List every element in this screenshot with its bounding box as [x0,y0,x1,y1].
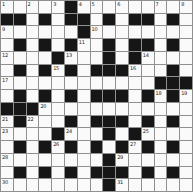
black-cell [52,128,64,140]
white-cell[interactable] [180,154,192,166]
black-cell [14,103,26,115]
black-cell [103,65,115,77]
white-cell[interactable]: 19 [180,90,192,102]
white-cell[interactable] [180,141,192,153]
white-cell[interactable] [155,65,167,77]
white-cell[interactable] [14,128,26,140]
white-cell[interactable] [91,52,103,64]
white-cell[interactable]: 7 [155,1,167,13]
white-cell[interactable] [65,103,77,115]
white-cell[interactable] [27,167,39,179]
black-cell [65,39,77,51]
black-cell [103,154,115,166]
white-cell[interactable]: 8 [180,1,192,13]
clue-number: 10 [92,26,98,32]
black-cell [103,52,115,64]
black-cell [39,141,51,153]
black-cell [14,14,26,26]
white-cell[interactable] [180,26,192,38]
clue-number: 2 [28,1,31,7]
clue-number: 21 [2,116,8,122]
white-cell[interactable]: 27 [129,141,141,153]
black-cell [14,141,26,153]
white-cell[interactable] [91,179,103,191]
white-cell[interactable] [129,90,141,102]
white-cell[interactable]: 14 [142,52,154,64]
white-cell[interactable]: 15 [52,65,64,77]
clue-number: 29 [117,154,123,160]
crossword-grid: 1234567891011121314151617181920212223242… [0,0,193,192]
white-cell[interactable] [78,128,90,140]
white-cell[interactable] [155,52,167,64]
clue-number: 28 [2,154,8,160]
black-cell [103,116,115,128]
white-cell[interactable] [180,179,192,191]
white-cell[interactable] [27,141,39,153]
black-cell [65,141,77,153]
white-cell[interactable] [129,116,141,128]
white-cell[interactable] [52,14,64,26]
clue-number: 17 [2,77,8,83]
white-cell[interactable] [14,52,26,64]
white-cell[interactable] [78,179,90,191]
black-cell [65,116,77,128]
white-cell[interactable] [39,26,51,38]
white-cell[interactable] [129,103,141,115]
white-cell[interactable] [78,65,90,77]
white-cell[interactable] [116,52,128,64]
white-cell[interactable] [155,39,167,51]
white-cell[interactable] [78,141,90,153]
white-cell[interactable] [155,26,167,38]
black-cell [142,14,154,26]
white-cell[interactable]: 12 [1,52,13,64]
black-cell [116,116,128,128]
black-cell [116,141,128,153]
white-cell[interactable] [180,39,192,51]
white-cell[interactable] [14,179,26,191]
clue-number: 7 [156,1,159,7]
white-cell[interactable] [103,1,115,13]
white-cell[interactable] [180,52,192,64]
white-cell[interactable]: 10 [91,26,103,38]
white-cell[interactable] [116,77,128,89]
black-cell [91,141,103,153]
black-cell [167,14,179,26]
white-cell[interactable] [14,154,26,166]
white-cell[interactable]: 31 [116,179,128,191]
clue-number: 13 [66,52,72,58]
white-cell[interactable] [39,154,51,166]
white-cell[interactable]: 11 [78,39,90,51]
white-cell[interactable] [142,77,154,89]
black-cell [116,65,128,77]
white-cell[interactable] [52,167,64,179]
clue-number: 9 [2,26,5,32]
white-cell[interactable] [27,154,39,166]
white-cell[interactable] [167,128,179,140]
white-cell[interactable] [52,39,64,51]
white-cell[interactable] [1,167,13,179]
black-cell [78,26,90,38]
white-cell[interactable] [155,128,167,140]
clue-number: 26 [53,141,59,147]
black-cell [103,179,115,191]
black-cell [39,90,51,102]
white-cell[interactable] [27,179,39,191]
white-cell[interactable] [1,90,13,102]
black-cell [14,167,26,179]
clue-number: 8 [181,1,184,7]
white-cell[interactable] [103,141,115,153]
black-cell [103,14,115,26]
white-cell[interactable] [1,141,13,153]
white-cell[interactable] [78,167,90,179]
clue-number: 11 [79,39,85,45]
black-cell [116,90,128,102]
white-cell[interactable] [155,14,167,26]
white-cell[interactable]: 29 [116,154,128,166]
white-cell[interactable] [52,90,64,102]
white-cell[interactable] [129,179,141,191]
clue-number: 12 [2,52,8,58]
black-cell [65,14,77,26]
white-cell[interactable] [129,1,141,13]
white-cell[interactable] [91,77,103,89]
clue-number: 25 [143,128,149,134]
white-cell[interactable] [39,1,51,13]
white-cell[interactable] [167,1,179,13]
black-cell [167,90,179,102]
white-cell[interactable]: 24 [65,128,77,140]
black-cell [1,14,13,26]
white-cell[interactable] [129,154,141,166]
clue-number: 3 [53,1,56,7]
white-cell[interactable] [167,179,179,191]
clue-number: 5 [92,1,95,7]
white-cell[interactable] [65,154,77,166]
white-cell[interactable] [180,116,192,128]
white-cell[interactable]: 25 [142,128,154,140]
white-cell[interactable] [27,39,39,51]
black-cell [65,90,77,102]
white-cell[interactable] [27,14,39,26]
white-cell[interactable] [155,141,167,153]
clue-number: 19 [181,90,187,96]
white-cell[interactable] [39,128,51,140]
black-cell [103,90,115,102]
black-cell [39,65,51,77]
white-cell[interactable] [103,26,115,38]
white-cell[interactable] [180,65,192,77]
black-cell [142,116,154,128]
white-cell[interactable] [129,167,141,179]
white-cell[interactable] [65,77,77,89]
white-cell[interactable] [142,65,154,77]
black-cell [116,167,128,179]
clue-number: 24 [66,128,72,134]
white-cell[interactable]: 13 [65,52,77,64]
white-cell[interactable] [39,52,51,64]
black-cell [91,116,103,128]
black-cell [167,77,179,89]
white-cell[interactable] [91,128,103,140]
white-cell[interactable] [167,26,179,38]
black-cell [129,52,141,64]
white-cell[interactable] [116,103,128,115]
black-cell [52,52,64,64]
white-cell[interactable] [78,154,90,166]
white-cell[interactable]: 4 [78,1,90,13]
white-cell[interactable] [39,179,51,191]
clue-number: 23 [2,128,8,134]
white-cell[interactable]: 20 [39,103,51,115]
white-cell[interactable]: 2 [27,1,39,13]
white-cell[interactable] [142,103,154,115]
white-cell[interactable] [65,26,77,38]
white-cell[interactable] [39,116,51,128]
white-cell[interactable] [129,77,141,89]
black-cell [78,14,90,26]
white-cell[interactable] [180,103,192,115]
black-cell [142,141,154,153]
white-cell[interactable] [52,26,64,38]
clue-number: 27 [130,141,136,147]
white-cell[interactable] [142,1,154,13]
black-cell [180,77,192,89]
white-cell[interactable] [14,26,26,38]
black-cell [167,39,179,51]
black-cell [39,14,51,26]
black-cell [103,167,115,179]
white-cell[interactable] [142,26,154,38]
white-cell[interactable]: 9 [1,26,13,38]
black-cell [167,116,179,128]
black-cell [129,39,141,51]
white-cell[interactable]: 30 [1,179,13,191]
black-cell [167,167,179,179]
black-cell [167,65,179,77]
white-cell[interactable] [103,103,115,115]
white-cell[interactable] [78,52,90,64]
black-cell [65,167,77,179]
black-cell [103,128,115,140]
white-cell[interactable] [27,90,39,102]
white-cell[interactable]: 3 [52,1,64,13]
white-cell[interactable] [52,179,64,191]
white-cell[interactable]: 26 [52,141,64,153]
white-cell[interactable] [155,116,167,128]
white-cell[interactable] [155,154,167,166]
white-cell[interactable] [1,39,13,51]
white-cell[interactable]: 6 [116,1,128,13]
white-cell[interactable] [27,128,39,140]
white-cell[interactable] [78,77,90,89]
white-cell[interactable]: 22 [27,116,39,128]
white-cell[interactable] [180,14,192,26]
black-cell [14,116,26,128]
white-cell[interactable] [155,179,167,191]
clue-number: 18 [156,90,162,96]
clue-number: 30 [2,179,8,185]
clue-number: 4 [79,1,82,7]
black-cell [65,65,77,77]
black-cell [91,167,103,179]
white-cell[interactable] [78,116,90,128]
black-cell [14,90,26,102]
white-cell[interactable] [142,154,154,166]
white-cell[interactable] [27,52,39,64]
clue-number: 31 [117,179,123,185]
white-cell[interactable] [91,14,103,26]
white-cell[interactable] [1,65,13,77]
white-cell[interactable] [27,26,39,38]
black-cell [39,39,51,51]
white-cell[interactable] [155,103,167,115]
white-cell[interactable] [155,167,167,179]
white-cell[interactable] [116,14,128,26]
white-cell[interactable] [52,77,64,89]
clue-number: 20 [40,103,46,109]
white-cell[interactable] [52,103,64,115]
black-cell [155,77,167,89]
white-cell[interactable] [167,154,179,166]
black-cell [39,167,51,179]
crossword-board: 1234567891011121314151617181920212223242… [0,0,193,192]
white-cell[interactable] [116,39,128,51]
white-cell[interactable] [103,77,115,89]
white-cell[interactable] [180,128,192,140]
black-cell [129,14,141,26]
clue-number: 6 [117,1,120,7]
black-cell [103,39,115,51]
white-cell[interactable] [116,26,128,38]
white-cell[interactable]: 17 [1,77,13,89]
white-cell[interactable]: 1 [1,1,13,13]
clue-number: 15 [53,65,59,71]
white-cell[interactable] [91,154,103,166]
white-cell[interactable] [91,103,103,115]
white-cell[interactable] [65,179,77,191]
black-cell [1,103,13,115]
black-cell [167,141,179,153]
white-cell[interactable] [142,179,154,191]
black-cell [65,1,77,13]
white-cell[interactable] [78,103,90,115]
white-cell[interactable] [78,90,90,102]
white-cell[interactable] [91,39,103,51]
white-cell[interactable] [129,26,141,38]
white-cell[interactable] [116,128,128,140]
black-cell [142,90,154,102]
white-cell[interactable]: 5 [91,1,103,13]
black-cell [142,39,154,51]
white-cell[interactable]: 21 [1,116,13,128]
black-cell [91,65,103,77]
white-cell[interactable] [14,77,26,89]
clue-number: 16 [130,65,136,71]
white-cell[interactable] [27,65,39,77]
white-cell[interactable] [39,77,51,89]
white-cell[interactable] [27,77,39,89]
white-cell[interactable] [52,116,64,128]
white-cell[interactable]: 23 [1,128,13,140]
white-cell[interactable] [52,154,64,166]
clue-number: 22 [28,116,34,122]
black-cell [27,103,39,115]
clue-number: 1 [2,1,5,7]
black-cell [14,65,26,77]
white-cell[interactable] [14,1,26,13]
black-cell [129,128,141,140]
white-cell[interactable] [180,167,192,179]
white-cell[interactable] [167,103,179,115]
black-cell [91,90,103,102]
black-cell [14,39,26,51]
black-cell [142,167,154,179]
white-cell[interactable]: 18 [155,90,167,102]
white-cell[interactable] [167,52,179,64]
clue-number: 14 [143,52,149,58]
white-cell[interactable]: 28 [1,154,13,166]
white-cell[interactable]: 16 [129,65,141,77]
